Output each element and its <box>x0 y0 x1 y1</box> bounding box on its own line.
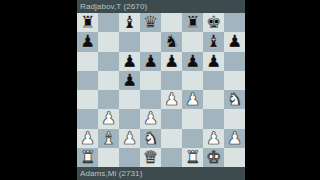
square-a6 <box>77 52 98 71</box>
black-pawn-piece: ♟ <box>80 33 95 50</box>
square-f7 <box>182 32 203 51</box>
square-a5 <box>77 71 98 90</box>
square-b6 <box>98 52 119 71</box>
square-a3 <box>77 109 98 128</box>
square-a8: ♜ <box>77 13 98 32</box>
white-queen-piece: ♛ <box>143 149 158 166</box>
square-f1: ♜ <box>182 148 203 167</box>
square-f3 <box>182 109 203 128</box>
black-pawn-piece: ♟ <box>143 53 158 70</box>
black-rook-piece: ♜ <box>185 14 200 31</box>
square-d3: ♟ <box>140 109 161 128</box>
square-c7 <box>119 32 140 51</box>
black-pawn-piece: ♟ <box>227 33 242 50</box>
black-knight-piece: ♞ <box>164 33 179 50</box>
square-h2: ♟ <box>224 129 245 148</box>
right-black-bar <box>245 0 320 180</box>
square-g8: ♚ <box>203 13 224 32</box>
chess-diagram: Radjabov,T (2670) ♜♝♛♜♚♟♞♝♟♟♟♟♟♟♟♟♟♞♟♟♟♝… <box>77 0 245 180</box>
player-label-top: Radjabov,T (2670) <box>77 0 245 13</box>
square-c1 <box>119 148 140 167</box>
square-d6: ♟ <box>140 52 161 71</box>
square-h1 <box>224 148 245 167</box>
square-f5 <box>182 71 203 90</box>
square-g7: ♝ <box>203 32 224 51</box>
player-name-top: Radjabov,T (2670) <box>80 2 147 11</box>
square-b3: ♟ <box>98 109 119 128</box>
player-name-bottom: Adams,Mi (2731) <box>80 169 142 178</box>
square-e2 <box>161 129 182 148</box>
square-c4 <box>119 90 140 109</box>
square-h5 <box>224 71 245 90</box>
black-pawn-piece: ♟ <box>122 72 137 89</box>
black-bishop-piece: ♝ <box>206 33 221 50</box>
square-d4 <box>140 90 161 109</box>
square-g4 <box>203 90 224 109</box>
black-bishop-piece: ♝ <box>122 14 137 31</box>
square-e8 <box>161 13 182 32</box>
white-king-piece: ♚ <box>206 149 221 166</box>
white-pawn-piece: ♟ <box>122 130 137 147</box>
black-pawn-piece: ♟ <box>206 53 221 70</box>
white-knight-piece: ♞ <box>143 130 158 147</box>
chess-board: ♜♝♛♜♚♟♞♝♟♟♟♟♟♟♟♟♟♞♟♟♟♝♟♞♟♟♜♛♜♚ <box>77 13 245 167</box>
square-b4 <box>98 90 119 109</box>
square-a1: ♜ <box>77 148 98 167</box>
square-e6: ♟ <box>161 52 182 71</box>
square-h8 <box>224 13 245 32</box>
square-d1: ♛ <box>140 148 161 167</box>
square-h3 <box>224 109 245 128</box>
white-pawn-piece: ♟ <box>227 130 242 147</box>
black-king-piece: ♚ <box>206 14 221 31</box>
square-c5: ♟ <box>119 71 140 90</box>
square-a4 <box>77 90 98 109</box>
black-pawn-piece: ♟ <box>122 53 137 70</box>
black-queen-piece: ♛ <box>143 14 158 31</box>
square-e1 <box>161 148 182 167</box>
square-b8 <box>98 13 119 32</box>
square-g1: ♚ <box>203 148 224 167</box>
square-f4: ♟ <box>182 90 203 109</box>
square-e4: ♟ <box>161 90 182 109</box>
square-d2: ♞ <box>140 129 161 148</box>
square-g5 <box>203 71 224 90</box>
square-d5 <box>140 71 161 90</box>
white-rook-piece: ♜ <box>185 149 200 166</box>
square-d8: ♛ <box>140 13 161 32</box>
square-f2 <box>182 129 203 148</box>
black-pawn-piece: ♟ <box>164 53 179 70</box>
square-b1 <box>98 148 119 167</box>
white-pawn-piece: ♟ <box>101 110 116 127</box>
white-pawn-piece: ♟ <box>206 130 221 147</box>
white-pawn-piece: ♟ <box>80 130 95 147</box>
video-frame: Radjabov,T (2670) ♜♝♛♜♚♟♞♝♟♟♟♟♟♟♟♟♟♞♟♟♟♝… <box>0 0 320 180</box>
square-e7: ♞ <box>161 32 182 51</box>
white-rook-piece: ♜ <box>80 149 95 166</box>
square-d7 <box>140 32 161 51</box>
square-e3 <box>161 109 182 128</box>
square-f8: ♜ <box>182 13 203 32</box>
square-h4: ♞ <box>224 90 245 109</box>
square-g6: ♟ <box>203 52 224 71</box>
white-bishop-piece: ♝ <box>101 130 116 147</box>
square-a7: ♟ <box>77 32 98 51</box>
square-c8: ♝ <box>119 13 140 32</box>
square-e5 <box>161 71 182 90</box>
square-c3 <box>119 109 140 128</box>
square-f6: ♟ <box>182 52 203 71</box>
left-black-bar <box>0 0 77 180</box>
white-knight-piece: ♞ <box>227 91 242 108</box>
square-g3 <box>203 109 224 128</box>
player-label-bottom: Adams,Mi (2731) <box>77 167 245 180</box>
white-pawn-piece: ♟ <box>164 91 179 108</box>
white-pawn-piece: ♟ <box>185 91 200 108</box>
square-h7: ♟ <box>224 32 245 51</box>
square-c2: ♟ <box>119 129 140 148</box>
square-a2: ♟ <box>77 129 98 148</box>
square-b2: ♝ <box>98 129 119 148</box>
square-b7 <box>98 32 119 51</box>
white-pawn-piece: ♟ <box>143 110 158 127</box>
black-rook-piece: ♜ <box>80 14 95 31</box>
square-h6 <box>224 52 245 71</box>
black-pawn-piece: ♟ <box>185 53 200 70</box>
square-g2: ♟ <box>203 129 224 148</box>
square-b5 <box>98 71 119 90</box>
square-c6: ♟ <box>119 52 140 71</box>
